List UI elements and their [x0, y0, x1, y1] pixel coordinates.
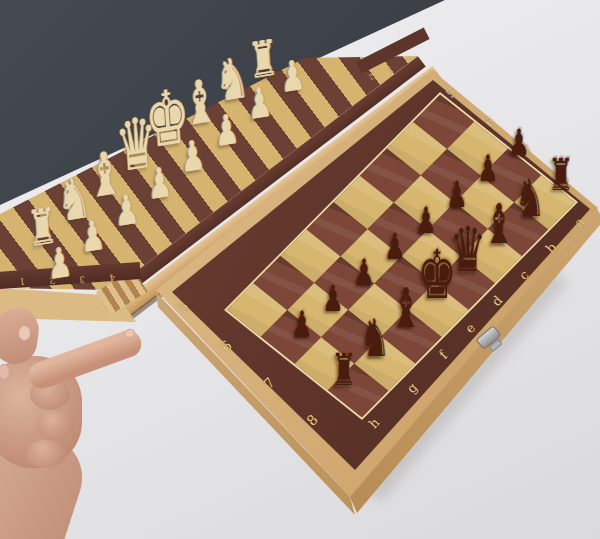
raised-rank-label-1: 1	[19, 276, 25, 285]
scene: 56785678abcdefgh123421 ♜♟♞♟♝♟♚♟♟♛♟♜♟♝♟♞♞…	[0, 0, 600, 539]
dark-rook-h8[interactable]: ♜	[331, 348, 357, 392]
white-pawn-h2[interactable]: ♟	[279, 54, 306, 99]
raised-rank-label-3: 3	[79, 274, 85, 283]
white-knight-g1[interactable]: ♞	[213, 48, 250, 110]
dark-pawn-e7[interactable]: ♟	[384, 229, 405, 265]
knuckle	[36, 410, 74, 440]
white-pawn-f2[interactable]: ♟	[213, 107, 240, 152]
dark-bishop-f8[interactable]: ♝	[390, 281, 422, 336]
dark-knight-b8[interactable]: ♞	[515, 172, 545, 224]
knuckle	[26, 440, 66, 468]
white-pawn-b2[interactable]: ♟	[79, 214, 106, 259]
dark-pawn-a7[interactable]: ♟	[508, 125, 529, 161]
dark-rook-a8[interactable]: ♜	[548, 152, 574, 196]
dark-king-e8[interactable]: ♚	[417, 240, 457, 308]
dark-pawn-b7[interactable]: ♟	[477, 151, 498, 187]
dark-pawn-d7[interactable]: ♟	[415, 203, 436, 239]
dark-pawn-g7[interactable]: ♟	[322, 281, 343, 317]
dark-knight-g8[interactable]: ♞	[360, 312, 390, 364]
thumbnail	[18, 325, 31, 341]
dark-pawn-c7[interactable]: ♟	[446, 177, 467, 213]
dark-pawn-h7[interactable]: ♟	[291, 307, 312, 343]
white-pawn-a2[interactable]: ♟	[46, 241, 73, 286]
raised-rank-label-4: 4	[109, 272, 115, 281]
white-pawn-e2[interactable]: ♟	[179, 134, 206, 179]
dark-pawn-f7[interactable]: ♟	[353, 255, 374, 291]
dark-bishop-c8[interactable]: ♝	[483, 197, 515, 252]
white-pawn-g2[interactable]: ♟	[246, 80, 273, 125]
white-pawn-d2[interactable]: ♟	[146, 161, 173, 206]
white-pawn-c2[interactable]: ♟	[113, 187, 140, 232]
